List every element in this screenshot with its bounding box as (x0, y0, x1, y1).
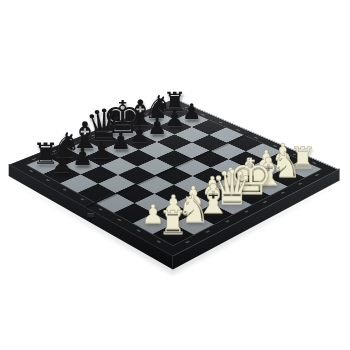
piece-black-pawn[interactable]: ♟ (72, 146, 93, 170)
piece-black-pawn[interactable]: ♟ (91, 138, 112, 161)
piece-white-rook[interactable]: ♜ (158, 206, 187, 239)
piece-black-pawn[interactable]: ♟ (129, 122, 149, 144)
piece-black-pawn[interactable]: ♟ (182, 101, 201, 123)
piece-black-pawn[interactable]: ♟ (111, 130, 132, 153)
chess-set-photo: ♜♞♝♛♚♝♞♜♟♟♟♟♟♟♟♟♟♟♟♟♟♟♟♟♜♞♝♛♚♝♞♜ (0, 0, 350, 350)
piece-black-pawn[interactable]: ♟ (147, 115, 167, 137)
piece-black-pawn[interactable]: ♟ (51, 154, 72, 178)
piece-black-pawn[interactable]: ♟ (165, 108, 185, 130)
